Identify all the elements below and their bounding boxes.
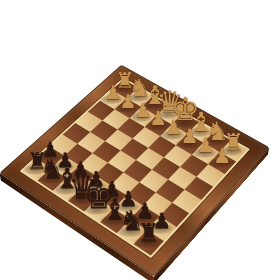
chess-set-photo: ♜♞♝♛♚♝♞♜♟♟♟♟♟♟♟♟♟♟♟♟♟♟♟♟♜♞♝♛♚♝♞♜ — [0, 0, 280, 280]
piece-white-pawn[interactable]: ♟ — [211, 146, 233, 166]
piece-black-rook[interactable]: ♜ — [135, 221, 162, 246]
pieces-layer: ♜♞♝♛♚♝♞♜♟♟♟♟♟♟♟♟♟♟♟♟♟♟♟♟♜♞♝♛♚♝♞♜ — [0, 0, 280, 280]
